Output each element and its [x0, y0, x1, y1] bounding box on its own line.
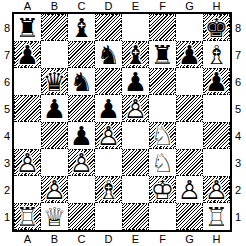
square-e3[interactable] — [122, 149, 149, 176]
piece-white-rook-a1[interactable]: ♖ — [15, 204, 40, 229]
piece-halo: ♜ — [14, 14, 41, 41]
piece-halo: ♚ — [150, 177, 175, 202]
piece-halo: ♚ — [204, 15, 229, 40]
piece-halo: ♟ — [177, 42, 202, 67]
rank-label-left-6: 6 — [0, 68, 10, 95]
square-b1[interactable]: ♛♕ — [41, 203, 68, 230]
square-d4[interactable]: ♟♙ — [95, 122, 122, 149]
rank-label-right-5: 5 — [235, 95, 246, 122]
file-label-bottom-g: G — [176, 232, 203, 246]
square-e6[interactable]: ♟♟ — [122, 68, 149, 95]
square-a1[interactable]: ♜♖ — [14, 203, 41, 230]
rank-label-right-8: 8 — [235, 14, 246, 41]
square-f8[interactable] — [149, 14, 176, 41]
piece-halo: ♜ — [15, 204, 40, 229]
piece-halo: ♟ — [96, 123, 121, 148]
square-g6[interactable] — [176, 68, 203, 95]
square-c4[interactable]: ♟♟ — [68, 122, 95, 149]
square-a6[interactable] — [14, 68, 41, 95]
piece-halo: ♞ — [68, 68, 95, 95]
square-e5[interactable]: ♟♙ — [122, 95, 149, 122]
file-label-bottom-d: D — [95, 232, 122, 246]
file-label-bottom-f: F — [149, 232, 176, 246]
square-h4[interactable] — [203, 122, 230, 149]
square-g3[interactable] — [176, 149, 203, 176]
piece-halo: ♟ — [123, 96, 148, 121]
square-a8[interactable]: ♜♜ — [14, 14, 41, 41]
file-label-top-c: C — [68, 0, 95, 12]
rank-labels-right: 87654321 — [235, 14, 246, 230]
rank-labels-left: 87654321 — [0, 14, 10, 230]
square-h5[interactable] — [203, 95, 230, 122]
piece-white-knight-f3[interactable]: ♘ — [149, 149, 176, 176]
square-d3[interactable] — [95, 149, 122, 176]
square-f6[interactable] — [149, 68, 176, 95]
file-label-top-g: G — [176, 0, 203, 12]
piece-halo: ♟ — [15, 150, 40, 175]
square-d1[interactable] — [95, 203, 122, 230]
square-b2[interactable]: ♟♙ — [41, 176, 68, 203]
square-c6[interactable]: ♞♞ — [68, 68, 95, 95]
piece-halo: ♟ — [42, 177, 67, 202]
rank-label-left-5: 5 — [0, 95, 10, 122]
chess-diagram: ABCDEFGH 87654321 ♜♜♝♝♚♚♟♟♞♞♝♝♜♜♟♟♝♗♛♛♞♞… — [0, 0, 246, 246]
file-label-bottom-e: E — [122, 232, 149, 246]
piece-black-pawn-d5[interactable]: ♟ — [95, 95, 122, 122]
piece-halo: ♝ — [203, 41, 230, 68]
piece-halo: ♞ — [95, 41, 122, 68]
piece-black-pawn-b5[interactable]: ♟ — [41, 95, 68, 122]
square-f5[interactable] — [149, 95, 176, 122]
piece-white-pawn-b2[interactable]: ♙ — [42, 177, 67, 202]
piece-halo: ♟ — [95, 95, 122, 122]
piece-halo: ♟ — [69, 150, 94, 175]
piece-black-pawn-c4[interactable]: ♟ — [68, 122, 95, 149]
piece-halo: ♞ — [149, 149, 176, 176]
file-label-bottom-a: A — [14, 232, 41, 246]
square-h3[interactable] — [203, 149, 230, 176]
piece-white-pawn-e5[interactable]: ♙ — [123, 96, 148, 121]
square-d6[interactable] — [95, 68, 122, 95]
rank-label-right-2: 2 — [235, 176, 246, 203]
piece-halo: ♟ — [176, 176, 203, 203]
rank-label-right-4: 4 — [235, 122, 246, 149]
square-a4[interactable] — [14, 122, 41, 149]
piece-halo: ♝ — [68, 14, 95, 41]
square-g2[interactable]: ♟♙ — [176, 176, 203, 203]
square-f3[interactable]: ♞♘ — [149, 149, 176, 176]
piece-black-queen-b6[interactable]: ♛ — [42, 69, 67, 94]
file-label-top-d: D — [95, 0, 122, 12]
square-g4[interactable] — [176, 122, 203, 149]
square-b8[interactable] — [41, 14, 68, 41]
piece-white-pawn-c3[interactable]: ♙ — [69, 150, 94, 175]
square-e7[interactable]: ♝♝ — [122, 41, 149, 68]
chess-board: ♜♜♝♝♚♚♟♟♞♞♝♝♜♜♟♟♝♗♛♛♞♞♟♟♟♟♟♟♟♟♟♙♟♟♟♙♞♘♟♙… — [12, 12, 232, 232]
piece-halo: ♟ — [122, 68, 149, 95]
square-a5[interactable] — [14, 95, 41, 122]
rank-label-left-8: 8 — [0, 14, 10, 41]
piece-halo: ♝ — [96, 177, 121, 202]
piece-white-pawn-g2[interactable]: ♙ — [176, 176, 203, 203]
square-h7[interactable]: ♝♗ — [203, 41, 230, 68]
file-label-top-b: B — [41, 0, 68, 12]
piece-white-pawn-a3[interactable]: ♙ — [15, 150, 40, 175]
square-g7[interactable]: ♟♟ — [176, 41, 203, 68]
file-label-bottom-b: B — [41, 232, 68, 246]
rank-label-right-3: 3 — [235, 149, 246, 176]
piece-halo: ♟ — [68, 122, 95, 149]
square-g8[interactable] — [176, 14, 203, 41]
piece-halo: ♟ — [204, 69, 229, 94]
rank-label-left-2: 2 — [0, 176, 10, 203]
rank-label-left-1: 1 — [0, 203, 10, 230]
piece-white-bishop-d2[interactable]: ♗ — [96, 177, 121, 202]
square-a3[interactable]: ♟♙ — [14, 149, 41, 176]
square-h8[interactable]: ♚♚ — [203, 14, 230, 41]
piece-white-queen-b1[interactable]: ♕ — [41, 203, 68, 230]
square-b4[interactable] — [41, 122, 68, 149]
square-g1[interactable] — [176, 203, 203, 230]
file-label-top-a: A — [14, 0, 41, 12]
square-b7[interactable] — [41, 41, 68, 68]
square-f7[interactable]: ♜♜ — [149, 41, 176, 68]
piece-black-knight-d7[interactable]: ♞ — [95, 41, 122, 68]
piece-halo: ♛ — [41, 203, 68, 230]
rank-label-right-6: 6 — [235, 68, 246, 95]
square-h2[interactable]: ♟♙ — [203, 176, 230, 203]
square-e8[interactable] — [122, 14, 149, 41]
square-c7[interactable] — [68, 41, 95, 68]
piece-black-bishop-c8[interactable]: ♝ — [68, 14, 95, 41]
square-e2[interactable] — [122, 176, 149, 203]
piece-black-rook-a8[interactable]: ♜ — [14, 14, 41, 41]
square-f1[interactable] — [149, 203, 176, 230]
square-a2[interactable] — [14, 176, 41, 203]
rank-label-left-7: 7 — [0, 41, 10, 68]
rank-label-left-3: 3 — [0, 149, 10, 176]
piece-black-rook-f7[interactable]: ♜ — [149, 41, 176, 68]
piece-halo: ♞ — [150, 123, 175, 148]
square-d5[interactable]: ♟♟ — [95, 95, 122, 122]
piece-halo: ♟ — [41, 95, 68, 122]
file-label-top-h: H — [203, 0, 230, 12]
square-c3[interactable]: ♟♙ — [68, 149, 95, 176]
piece-black-pawn-a7[interactable]: ♟ — [15, 42, 40, 67]
square-e1[interactable] — [122, 203, 149, 230]
piece-halo: ♛ — [42, 69, 67, 94]
file-label-bottom-c: C — [68, 232, 95, 246]
piece-white-rook-h1[interactable]: ♖ — [203, 203, 230, 230]
piece-white-pawn-h2[interactable]: ♙ — [204, 177, 229, 202]
square-h1[interactable]: ♜♖ — [203, 203, 230, 230]
square-a7[interactable]: ♟♟ — [14, 41, 41, 68]
piece-white-knight-f4[interactable]: ♘ — [150, 123, 175, 148]
piece-black-pawn-h6[interactable]: ♟ — [204, 69, 229, 94]
square-d8[interactable] — [95, 14, 122, 41]
piece-halo: ♝ — [123, 42, 148, 67]
piece-black-bishop-e7[interactable]: ♝ — [123, 42, 148, 67]
rank-label-right-1: 1 — [235, 203, 246, 230]
piece-black-king-h8[interactable]: ♚ — [204, 15, 229, 40]
square-e4[interactable] — [122, 122, 149, 149]
rank-label-right-7: 7 — [235, 41, 246, 68]
piece-black-pawn-g7[interactable]: ♟ — [177, 42, 202, 67]
square-f2[interactable]: ♚♔ — [149, 176, 176, 203]
square-g5[interactable] — [176, 95, 203, 122]
piece-halo: ♟ — [15, 42, 40, 67]
piece-black-knight-c6[interactable]: ♞ — [68, 68, 95, 95]
square-f4[interactable]: ♞♘ — [149, 122, 176, 149]
square-d2[interactable]: ♝♗ — [95, 176, 122, 203]
square-b3[interactable] — [41, 149, 68, 176]
file-labels-top: ABCDEFGH — [14, 0, 230, 12]
piece-white-pawn-d4[interactable]: ♙ — [96, 123, 121, 148]
piece-white-king-f2[interactable]: ♔ — [150, 177, 175, 202]
piece-white-bishop-h7[interactable]: ♗ — [203, 41, 230, 68]
file-label-top-f: F — [149, 0, 176, 12]
file-label-top-e: E — [122, 0, 149, 12]
square-d7[interactable]: ♞♞ — [95, 41, 122, 68]
square-b5[interactable]: ♟♟ — [41, 95, 68, 122]
piece-black-pawn-e6[interactable]: ♟ — [122, 68, 149, 95]
file-label-bottom-h: H — [203, 232, 230, 246]
square-h6[interactable]: ♟♟ — [203, 68, 230, 95]
piece-halo: ♟ — [204, 177, 229, 202]
rank-label-left-4: 4 — [0, 122, 10, 149]
square-c5[interactable] — [68, 95, 95, 122]
piece-halo: ♜ — [149, 41, 176, 68]
piece-halo: ♜ — [203, 203, 230, 230]
square-c2[interactable] — [68, 176, 95, 203]
square-c1[interactable] — [68, 203, 95, 230]
square-b6[interactable]: ♛♛ — [41, 68, 68, 95]
file-labels-bottom: ABCDEFGH — [14, 232, 230, 246]
square-c8[interactable]: ♝♝ — [68, 14, 95, 41]
